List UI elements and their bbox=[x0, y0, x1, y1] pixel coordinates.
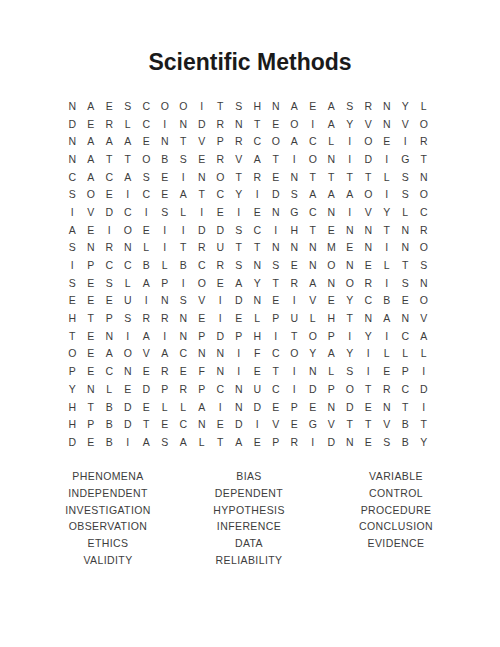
grid-cell-r14-c10: P bbox=[230, 327, 249, 345]
grid-cell-r1-c1: N bbox=[63, 97, 82, 115]
grid-cell-r12-c7: S bbox=[174, 292, 193, 310]
grid-cell-r4-c2: A bbox=[82, 150, 101, 168]
word-dependent: DEPENDENT bbox=[164, 485, 334, 502]
grid-cell-r19-c13: E bbox=[285, 415, 304, 433]
grid-cell-r9-c5: L bbox=[137, 239, 156, 257]
grid-cell-r13-c7: N bbox=[174, 309, 193, 327]
grid-cell-r16-c15: L bbox=[322, 362, 341, 380]
grid-cell-r7-c5: I bbox=[137, 203, 156, 221]
grid-cell-r2-c6: I bbox=[156, 115, 175, 133]
grid-cell-r18-c2: T bbox=[82, 398, 101, 416]
grid-cell-r13-c19: N bbox=[396, 309, 415, 327]
grid-cell-r1-c9: T bbox=[211, 97, 230, 115]
grid-cell-r13-c11: L bbox=[248, 309, 267, 327]
grid-cell-r8-c20: R bbox=[415, 221, 434, 239]
grid-cell-r2-c13: O bbox=[285, 115, 304, 133]
grid-cell-r3-c16: I bbox=[341, 132, 360, 150]
grid-cell-r15-c11: F bbox=[248, 345, 267, 363]
grid-cell-r16-c13: I bbox=[285, 362, 304, 380]
grid-cell-r20-c5: A bbox=[137, 433, 156, 451]
grid-cell-r10-c7: B bbox=[174, 256, 193, 274]
word-control: CONTROL bbox=[311, 485, 481, 502]
grid-cell-r12-c5: I bbox=[137, 292, 156, 310]
grid-cell-r16-c16: S bbox=[341, 362, 360, 380]
grid-cell-r12-c2: E bbox=[82, 292, 101, 310]
grid-cell-r3-c14: C bbox=[304, 132, 323, 150]
grid-cell-r6-c10: Y bbox=[230, 185, 249, 203]
grid-cell-r10-c10: S bbox=[230, 256, 249, 274]
grid-cell-r15-c10: I bbox=[230, 345, 249, 363]
grid-cell-r2-c10: N bbox=[230, 115, 249, 133]
grid-cell-r14-c17: Y bbox=[359, 327, 378, 345]
grid-cell-r19-c2: P bbox=[82, 415, 101, 433]
grid-cell-r3-c7: T bbox=[174, 132, 193, 150]
grid-cell-r16-c17: I bbox=[359, 362, 378, 380]
grid-cell-r15-c9: N bbox=[211, 345, 230, 363]
grid-cell-r20-c12: P bbox=[267, 433, 286, 451]
grid-cell-r2-c5: C bbox=[137, 115, 156, 133]
grid-cell-r5-c17: T bbox=[359, 168, 378, 186]
grid-cell-r3-c6: N bbox=[156, 132, 175, 150]
grid-cell-r9-c1: S bbox=[63, 239, 82, 257]
word-hypothesis: HYPOTHESIS bbox=[164, 502, 334, 519]
grid-cell-r12-c11: N bbox=[248, 292, 267, 310]
grid-cell-r15-c19: L bbox=[396, 345, 415, 363]
grid-cell-r15-c6: A bbox=[156, 345, 175, 363]
grid-cell-r10-c12: S bbox=[267, 256, 286, 274]
grid-cell-r6-c12: D bbox=[267, 185, 286, 203]
grid-cell-r19-c20: T bbox=[415, 415, 434, 433]
grid-cell-r19-c19: B bbox=[396, 415, 415, 433]
grid-cell-r9-c14: N bbox=[304, 239, 323, 257]
grid-cell-r19-c16: T bbox=[341, 415, 360, 433]
grid-cell-r17-c9: C bbox=[211, 380, 230, 398]
grid-cell-r17-c8: P bbox=[193, 380, 212, 398]
grid-cell-r13-c17: N bbox=[359, 309, 378, 327]
grid-cell-r6-c16: A bbox=[341, 185, 360, 203]
grid-cell-r8-c19: N bbox=[396, 221, 415, 239]
grid-cell-r13-c15: H bbox=[322, 309, 341, 327]
word-list: PHENOMENAINDEPENDENTINVESTIGATIONOBSERVA… bbox=[0, 468, 500, 578]
grid-cell-r18-c6: L bbox=[156, 398, 175, 416]
grid-cell-r2-c19: V bbox=[396, 115, 415, 133]
grid-cell-r14-c1: T bbox=[63, 327, 82, 345]
grid-cell-r9-c17: N bbox=[359, 239, 378, 257]
grid-cell-r6-c18: I bbox=[378, 185, 397, 203]
grid-cell-r7-c17: V bbox=[359, 203, 378, 221]
grid-cell-r1-c6: O bbox=[156, 97, 175, 115]
grid-cell-r5-c10: T bbox=[230, 168, 249, 186]
grid-cell-r18-c7: L bbox=[174, 398, 193, 416]
grid-cell-r4-c18: I bbox=[378, 150, 397, 168]
grid-cell-r9-c8: R bbox=[193, 239, 212, 257]
grid-cell-r3-c4: A bbox=[119, 132, 138, 150]
word-list-column-3: VARIABLECONTROLPROCEDURECONCLUSIONEVIDEN… bbox=[311, 468, 481, 552]
grid-cell-r10-c8: C bbox=[193, 256, 212, 274]
grid-cell-r18-c15: N bbox=[322, 398, 341, 416]
grid-cell-r18-c13: P bbox=[285, 398, 304, 416]
grid-cell-r19-c8: N bbox=[193, 415, 212, 433]
grid-cell-r8-c3: I bbox=[100, 221, 119, 239]
grid-cell-r6-c3: E bbox=[100, 185, 119, 203]
grid-cell-r11-c19: S bbox=[396, 274, 415, 292]
grid-cell-r13-c18: A bbox=[378, 309, 397, 327]
grid-cell-r4-c15: N bbox=[322, 150, 341, 168]
grid-cell-r13-c14: L bbox=[304, 309, 323, 327]
grid-cell-r7-c2: V bbox=[82, 203, 101, 221]
grid-cell-r8-c6: I bbox=[156, 221, 175, 239]
grid-cell-r3-c13: A bbox=[285, 132, 304, 150]
grid-cell-r12-c12: E bbox=[267, 292, 286, 310]
grid-cell-r10-c2: P bbox=[82, 256, 101, 274]
grid-cell-r4-c9: R bbox=[211, 150, 230, 168]
grid-cell-r6-c1: S bbox=[63, 185, 82, 203]
grid-cell-r9-c2: N bbox=[82, 239, 101, 257]
grid-cell-r20-c13: R bbox=[285, 433, 304, 451]
grid-cell-r11-c10: A bbox=[230, 274, 249, 292]
grid-cell-r18-c8: A bbox=[193, 398, 212, 416]
grid-cell-r11-c12: T bbox=[267, 274, 286, 292]
grid-cell-r6-c6: E bbox=[156, 185, 175, 203]
grid-cell-r11-c20: N bbox=[415, 274, 434, 292]
grid-cell-r15-c4: O bbox=[119, 345, 138, 363]
grid-cell-r4-c7: S bbox=[174, 150, 193, 168]
grid-cell-r20-c18: S bbox=[378, 433, 397, 451]
grid-cell-r20-c6: S bbox=[156, 433, 175, 451]
grid-cell-r19-c1: H bbox=[63, 415, 82, 433]
grid-cell-r1-c19: Y bbox=[396, 97, 415, 115]
grid-cell-r12-c9: I bbox=[211, 292, 230, 310]
grid-cell-r12-c10: D bbox=[230, 292, 249, 310]
grid-cell-r6-c11: I bbox=[248, 185, 267, 203]
grid-cell-r14-c12: I bbox=[267, 327, 286, 345]
grid-cell-r13-c6: R bbox=[156, 309, 175, 327]
grid-cell-r16-c11: E bbox=[248, 362, 267, 380]
grid-cell-r5-c12: E bbox=[267, 168, 286, 186]
grid-cell-r20-c11: E bbox=[248, 433, 267, 451]
grid-cell-r13-c9: I bbox=[211, 309, 230, 327]
grid-cell-r18-c4: D bbox=[119, 398, 138, 416]
grid-cell-r17-c18: R bbox=[378, 380, 397, 398]
word-evidence: EVIDENCE bbox=[311, 535, 481, 552]
grid-cell-r8-c8: D bbox=[193, 221, 212, 239]
grid-cell-r2-c20: O bbox=[415, 115, 434, 133]
grid-cell-r16-c14: N bbox=[304, 362, 323, 380]
grid-cell-r14-c19: C bbox=[396, 327, 415, 345]
grid-cell-r1-c18: N bbox=[378, 97, 397, 115]
grid-cell-r10-c19: T bbox=[396, 256, 415, 274]
grid-cell-r3-c3: A bbox=[100, 132, 119, 150]
grid-cell-r3-c20: R bbox=[415, 132, 434, 150]
word-bias: BIAS bbox=[164, 468, 334, 485]
grid-cell-r12-c14: V bbox=[304, 292, 323, 310]
grid-cell-r7-c14: C bbox=[304, 203, 323, 221]
grid-cell-r14-c20: A bbox=[415, 327, 434, 345]
grid-cell-r5-c8: N bbox=[193, 168, 212, 186]
grid-cell-r13-c1: H bbox=[63, 309, 82, 327]
grid-cell-r11-c9: E bbox=[211, 274, 230, 292]
grid-cell-r19-c18: V bbox=[378, 415, 397, 433]
grid-cell-r1-c17: R bbox=[359, 97, 378, 115]
grid-cell-r2-c7: N bbox=[174, 115, 193, 133]
grid-cell-r17-c15: P bbox=[322, 380, 341, 398]
grid-cell-r5-c6: E bbox=[156, 168, 175, 186]
grid-cell-r7-c19: L bbox=[396, 203, 415, 221]
grid-cell-r16-c19: P bbox=[396, 362, 415, 380]
grid-cell-r10-c11: N bbox=[248, 256, 267, 274]
grid-cell-r19-c4: D bbox=[119, 415, 138, 433]
grid-cell-r15-c18: L bbox=[378, 345, 397, 363]
grid-cell-r2-c18: N bbox=[378, 115, 397, 133]
grid-cell-r16-c3: C bbox=[100, 362, 119, 380]
grid-cell-r2-c14: I bbox=[304, 115, 323, 133]
grid-cell-r6-c19: S bbox=[396, 185, 415, 203]
grid-cell-r5-c13: N bbox=[285, 168, 304, 186]
grid-cell-r10-c4: C bbox=[119, 256, 138, 274]
grid-cell-r11-c4: L bbox=[119, 274, 138, 292]
grid-cell-r15-c7: C bbox=[174, 345, 193, 363]
grid-cell-r20-c14: I bbox=[304, 433, 323, 451]
grid-cell-r2-c17: V bbox=[359, 115, 378, 133]
grid-cell-r8-c18: T bbox=[378, 221, 397, 239]
grid-cell-r11-c13: R bbox=[285, 274, 304, 292]
grid-cell-r4-c19: G bbox=[396, 150, 415, 168]
grid-cell-r10-c1: I bbox=[63, 256, 82, 274]
grid-cell-r1-c2: A bbox=[82, 97, 101, 115]
grid-cell-r14-c8: P bbox=[193, 327, 212, 345]
grid-cell-r2-c1: D bbox=[63, 115, 82, 133]
grid-cell-r6-c13: S bbox=[285, 185, 304, 203]
grid-cell-r11-c17: R bbox=[359, 274, 378, 292]
grid-cell-r13-c8: E bbox=[193, 309, 212, 327]
grid-cell-r2-c2: E bbox=[82, 115, 101, 133]
grid-cell-r11-c1: S bbox=[63, 274, 82, 292]
grid-cell-r7-c8: I bbox=[193, 203, 212, 221]
grid-cell-r13-c3: P bbox=[100, 309, 119, 327]
grid-cell-r9-c6: I bbox=[156, 239, 175, 257]
grid-cell-r14-c2: E bbox=[82, 327, 101, 345]
word-procedure: PROCEDURE bbox=[311, 502, 481, 519]
grid-cell-r5-c14: T bbox=[304, 168, 323, 186]
grid-cell-r13-c4: S bbox=[119, 309, 138, 327]
grid-cell-r18-c17: E bbox=[359, 398, 378, 416]
grid-cell-r12-c8: V bbox=[193, 292, 212, 310]
grid-cell-r3-c5: E bbox=[137, 132, 156, 150]
grid-cell-r2-c3: R bbox=[100, 115, 119, 133]
grid-cell-r14-c14: O bbox=[304, 327, 323, 345]
grid-cell-r16-c1: P bbox=[63, 362, 82, 380]
grid-cell-r4-c20: T bbox=[415, 150, 434, 168]
grid-cell-r15-c17: I bbox=[359, 345, 378, 363]
grid-cell-r11-c15: N bbox=[322, 274, 341, 292]
grid-cell-r9-c9: U bbox=[211, 239, 230, 257]
grid-cell-r8-c17: N bbox=[359, 221, 378, 239]
grid-cell-r7-c12: N bbox=[267, 203, 286, 221]
grid-cell-r12-c19: E bbox=[396, 292, 415, 310]
grid-cell-r8-c15: E bbox=[322, 221, 341, 239]
grid-cell-r6-c20: O bbox=[415, 185, 434, 203]
grid-cell-r3-c12: O bbox=[267, 132, 286, 150]
grid-cell-r11-c3: S bbox=[100, 274, 119, 292]
grid-cell-r4-c12: T bbox=[267, 150, 286, 168]
grid-cell-r20-c7: A bbox=[174, 433, 193, 451]
grid-cell-r15-c14: Y bbox=[304, 345, 323, 363]
grid-cell-r14-c15: P bbox=[322, 327, 341, 345]
grid-cell-r13-c5: R bbox=[137, 309, 156, 327]
grid-cell-r10-c13: E bbox=[285, 256, 304, 274]
grid-cell-r11-c5: A bbox=[137, 274, 156, 292]
grid-cell-r4-c13: I bbox=[285, 150, 304, 168]
grid-cell-r9-c18: I bbox=[378, 239, 397, 257]
grid-cell-r14-c6: I bbox=[156, 327, 175, 345]
grid-cell-r2-c12: E bbox=[267, 115, 286, 133]
grid-cell-r19-c11: I bbox=[248, 415, 267, 433]
grid-cell-r19-c14: G bbox=[304, 415, 323, 433]
grid-cell-r12-c6: N bbox=[156, 292, 175, 310]
grid-cell-r8-c14: T bbox=[304, 221, 323, 239]
grid-cell-r10-c5: B bbox=[137, 256, 156, 274]
grid-cell-r18-c9: I bbox=[211, 398, 230, 416]
grid-cell-r6-c14: A bbox=[304, 185, 323, 203]
grid-cell-r5-c3: C bbox=[100, 168, 119, 186]
grid-cell-r3-c17: O bbox=[359, 132, 378, 150]
grid-cell-r8-c13: H bbox=[285, 221, 304, 239]
grid-cell-r1-c4: S bbox=[119, 97, 138, 115]
grid-cell-r6-c5: C bbox=[137, 185, 156, 203]
grid-cell-r9-c19: N bbox=[396, 239, 415, 257]
grid-cell-r15-c2: E bbox=[82, 345, 101, 363]
grid-cell-r7-c16: I bbox=[341, 203, 360, 221]
grid-cell-r17-c1: Y bbox=[63, 380, 82, 398]
grid-cell-r14-c7: N bbox=[174, 327, 193, 345]
grid-cell-r10-c6: L bbox=[156, 256, 175, 274]
grid-cell-r8-c16: N bbox=[341, 221, 360, 239]
grid-cell-r14-c9: D bbox=[211, 327, 230, 345]
grid-cell-r10-c9: R bbox=[211, 256, 230, 274]
grid-cell-r20-c15: D bbox=[322, 433, 341, 451]
grid-cell-r1-c16: S bbox=[341, 97, 360, 115]
grid-cell-r13-c12: P bbox=[267, 309, 286, 327]
grid-cell-r19-c6: E bbox=[156, 415, 175, 433]
grid-cell-r8-c12: I bbox=[267, 221, 286, 239]
grid-cell-r1-c11: H bbox=[248, 97, 267, 115]
grid-cell-r3-c1: N bbox=[63, 132, 82, 150]
grid-cell-r11-c6: P bbox=[156, 274, 175, 292]
grid-cell-r12-c16: Y bbox=[341, 292, 360, 310]
worksheet-page: Scientific Methods NAESCOOITSHNAEASRNYLD… bbox=[0, 0, 500, 647]
grid-cell-r7-c6: S bbox=[156, 203, 175, 221]
grid-cell-r3-c8: V bbox=[193, 132, 212, 150]
grid-cell-r16-c4: N bbox=[119, 362, 138, 380]
grid-cell-r2-c9: R bbox=[211, 115, 230, 133]
grid-cell-r8-c4: O bbox=[119, 221, 138, 239]
grid-cell-r17-c3: L bbox=[100, 380, 119, 398]
grid-cell-r1-c15: A bbox=[322, 97, 341, 115]
grid-cell-r18-c14: E bbox=[304, 398, 323, 416]
grid-cell-r20-c10: A bbox=[230, 433, 249, 451]
grid-cell-r5-c5: S bbox=[137, 168, 156, 186]
grid-cell-r5-c7: I bbox=[174, 168, 193, 186]
grid-cell-r13-c13: U bbox=[285, 309, 304, 327]
grid-cell-r4-c1: N bbox=[63, 150, 82, 168]
grid-cell-r16-c5: E bbox=[137, 362, 156, 380]
grid-cell-r17-c19: C bbox=[396, 380, 415, 398]
grid-cell-r5-c20: N bbox=[415, 168, 434, 186]
grid-cell-r6-c15: A bbox=[322, 185, 341, 203]
letter-grid: NAESCOOITSHNAEASRNYLDERLCINDRNTEOIAYVNVO… bbox=[63, 97, 433, 451]
grid-cell-r5-c19: S bbox=[396, 168, 415, 186]
grid-cell-r11-c14: A bbox=[304, 274, 323, 292]
grid-cell-r1-c12: N bbox=[267, 97, 286, 115]
grid-cell-r7-c3: D bbox=[100, 203, 119, 221]
grid-cell-r12-c15: E bbox=[322, 292, 341, 310]
grid-cell-r20-c16: N bbox=[341, 433, 360, 451]
grid-cell-r14-c5: A bbox=[137, 327, 156, 345]
grid-cell-r4-c3: T bbox=[100, 150, 119, 168]
grid-cell-r9-c12: N bbox=[267, 239, 286, 257]
grid-cell-r9-c10: T bbox=[230, 239, 249, 257]
grid-cell-r3-c10: R bbox=[230, 132, 249, 150]
grid-cell-r16-c7: E bbox=[174, 362, 193, 380]
grid-cell-r11-c16: O bbox=[341, 274, 360, 292]
grid-cell-r7-c9: E bbox=[211, 203, 230, 221]
grid-cell-r5-c18: L bbox=[378, 168, 397, 186]
grid-cell-r18-c19: T bbox=[396, 398, 415, 416]
grid-cell-r11-c8: O bbox=[193, 274, 212, 292]
grid-cell-r11-c11: Y bbox=[248, 274, 267, 292]
grid-cell-r6-c17: O bbox=[359, 185, 378, 203]
grid-cell-r18-c20: I bbox=[415, 398, 434, 416]
grid-cell-r20-c4: I bbox=[119, 433, 138, 451]
grid-cell-r14-c11: H bbox=[248, 327, 267, 345]
grid-cell-r2-c15: A bbox=[322, 115, 341, 133]
grid-cell-r1-c14: E bbox=[304, 97, 323, 115]
grid-cell-r8-c1: A bbox=[63, 221, 82, 239]
grid-cell-r6-c4: I bbox=[119, 185, 138, 203]
grid-cell-r16-c9: N bbox=[211, 362, 230, 380]
grid-cell-r17-c5: D bbox=[137, 380, 156, 398]
grid-cell-r19-c12: V bbox=[267, 415, 286, 433]
grid-cell-r18-c18: N bbox=[378, 398, 397, 416]
grid-cell-r19-c10: D bbox=[230, 415, 249, 433]
grid-cell-r17-c2: N bbox=[82, 380, 101, 398]
grid-cell-r7-c11: E bbox=[248, 203, 267, 221]
grid-cell-r3-c18: E bbox=[378, 132, 397, 150]
word-data: DATA bbox=[164, 535, 334, 552]
grid-cell-r18-c5: E bbox=[137, 398, 156, 416]
puzzle-title: Scientific Methods bbox=[0, 50, 500, 74]
grid-cell-r17-c4: E bbox=[119, 380, 138, 398]
grid-cell-r16-c10: I bbox=[230, 362, 249, 380]
grid-cell-r17-c6: P bbox=[156, 380, 175, 398]
grid-cell-r7-c4: C bbox=[119, 203, 138, 221]
grid-cell-r15-c13: O bbox=[285, 345, 304, 363]
grid-cell-r7-c10: I bbox=[230, 203, 249, 221]
grid-cell-r3-c19: I bbox=[396, 132, 415, 150]
grid-cell-r18-c10: N bbox=[230, 398, 249, 416]
grid-cell-r3-c15: L bbox=[322, 132, 341, 150]
grid-cell-r8-c11: C bbox=[248, 221, 267, 239]
grid-cell-r17-c7: R bbox=[174, 380, 193, 398]
grid-cell-r9-c20: O bbox=[415, 239, 434, 257]
grid-cell-r16-c12: T bbox=[267, 362, 286, 380]
grid-cell-r1-c13: A bbox=[285, 97, 304, 115]
grid-cell-r15-c15: A bbox=[322, 345, 341, 363]
grid-cell-r4-c11: A bbox=[248, 150, 267, 168]
grid-cell-r2-c11: T bbox=[248, 115, 267, 133]
grid-cell-r4-c4: T bbox=[119, 150, 138, 168]
grid-cell-r14-c4: I bbox=[119, 327, 138, 345]
